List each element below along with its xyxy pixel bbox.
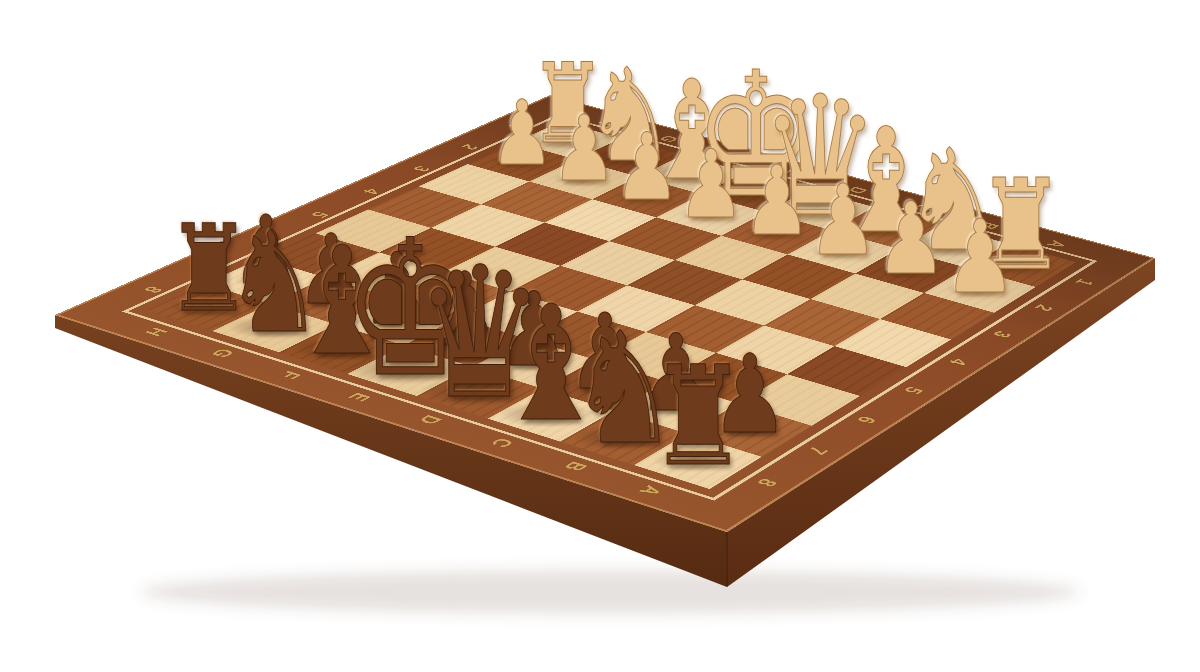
white-pawn[interactable]: ♟ [742,154,811,250]
white-pawn[interactable]: ♟ [490,88,554,177]
white-pawn[interactable]: ♟ [614,121,680,214]
white-pawn[interactable]: ♟ [808,172,878,270]
black-rook[interactable]: ♜ [649,348,748,486]
white-pawn[interactable]: ♟ [875,189,946,288]
board-photo-scene: HH11GG22FF33EE44DD55CC66BB77AA88 ♜♞♝♛♚♝♞… [0,0,1200,672]
white-pawn[interactable]: ♟ [678,137,746,231]
white-pawn[interactable]: ♟ [944,207,1017,308]
pieces-layer: ♜♞♝♛♚♝♞♜♟♟♟♟♟♟♟♟♟♟♟♟♟♟♟♟♜♞♝♛♚♝♞♜ [0,0,1200,672]
white-pawn[interactable]: ♟ [551,105,616,196]
